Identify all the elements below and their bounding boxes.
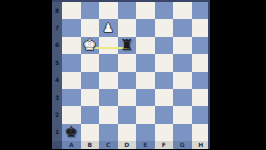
- file-label-b: B: [81, 141, 100, 149]
- file-label-a: A: [62, 141, 81, 149]
- square-e5: [136, 54, 155, 71]
- rank-label-6: 6: [52, 37, 62, 54]
- rank-label-1: 1: [52, 124, 62, 141]
- square-b8: [81, 2, 100, 19]
- square-g4: [173, 72, 192, 89]
- square-d3: [118, 89, 137, 106]
- square-d5: [118, 54, 137, 71]
- rank-label-5: 5: [52, 54, 62, 71]
- square-a5: [62, 54, 81, 71]
- rank-labels-strip: 87654321: [52, 2, 62, 141]
- board-right-border: [208, 0, 210, 149]
- square-b6: ♚: [81, 37, 100, 54]
- file-label-d: D: [118, 141, 137, 149]
- square-a3: [62, 89, 81, 106]
- square-c3: [99, 89, 118, 106]
- chessboard: 87654321 ♟♚♜♚ ABCDEFGH: [52, 0, 210, 149]
- square-d6: ♜: [118, 37, 137, 54]
- square-b5: [81, 54, 100, 71]
- square-g7: [173, 19, 192, 36]
- square-a2: [62, 106, 81, 123]
- square-a8: [62, 2, 81, 19]
- square-d8: [118, 2, 137, 19]
- board-squares-grid: ♟♚♜♚: [62, 2, 210, 141]
- square-f5: [155, 54, 174, 71]
- square-c5: [99, 54, 118, 71]
- file-labels-strip: ABCDEFGH: [52, 141, 210, 149]
- black-rook-icon: ♜: [120, 38, 133, 53]
- square-e4: [136, 72, 155, 89]
- square-c1: [99, 124, 118, 141]
- black-king-icon: ♚: [65, 125, 78, 140]
- square-e1: [136, 124, 155, 141]
- square-d4: [118, 72, 137, 89]
- square-e7: [136, 19, 155, 36]
- square-b2: [81, 106, 100, 123]
- file-label-e: E: [136, 141, 155, 149]
- rank-label-4: 4: [52, 72, 62, 89]
- rank-label-8: 8: [52, 2, 62, 19]
- square-g2: [173, 106, 192, 123]
- square-e3: [136, 89, 155, 106]
- square-c4: [99, 72, 118, 89]
- square-e6: [136, 37, 155, 54]
- file-label-f: F: [155, 141, 174, 149]
- square-d7: [118, 19, 137, 36]
- square-d2: [118, 106, 137, 123]
- white-pawn-icon: ♟: [103, 22, 114, 34]
- square-g6: [173, 37, 192, 54]
- square-c6: [99, 37, 118, 54]
- square-b4: [81, 72, 100, 89]
- square-a4: [62, 72, 81, 89]
- square-a1: ♚: [62, 124, 81, 141]
- square-f4: [155, 72, 174, 89]
- square-b7: [81, 19, 100, 36]
- square-b3: [81, 89, 100, 106]
- square-f2: [155, 106, 174, 123]
- white-king-icon: ♚: [83, 38, 96, 53]
- rank-label-7: 7: [52, 19, 62, 36]
- square-c2: [99, 106, 118, 123]
- square-g8: [173, 2, 192, 19]
- square-a7: [62, 19, 81, 36]
- square-f7: [155, 19, 174, 36]
- square-f3: [155, 89, 174, 106]
- rank-label-2: 2: [52, 106, 62, 123]
- file-label-c: C: [99, 141, 118, 149]
- square-e2: [136, 106, 155, 123]
- square-f1: [155, 124, 174, 141]
- square-f8: [155, 2, 174, 19]
- letterbox-background: 87654321 ♟♚♜♚ ABCDEFGH: [0, 0, 266, 150]
- square-c8: [99, 2, 118, 19]
- board-corner-cell: [52, 141, 62, 149]
- square-g1: [173, 124, 192, 141]
- square-d1: [118, 124, 137, 141]
- square-g3: [173, 89, 192, 106]
- square-g5: [173, 54, 192, 71]
- file-label-g: G: [173, 141, 192, 149]
- square-f6: [155, 37, 174, 54]
- rank-label-3: 3: [52, 89, 62, 106]
- square-b1: [81, 124, 100, 141]
- square-a6: [62, 37, 81, 54]
- square-e8: [136, 2, 155, 19]
- square-c7: ♟: [99, 19, 118, 36]
